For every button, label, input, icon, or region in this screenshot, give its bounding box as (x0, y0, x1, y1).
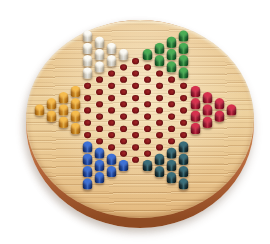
board-cell (118, 110, 130, 122)
peg-white[interactable] (83, 67, 93, 78)
board-cell (178, 178, 190, 190)
board-cell (166, 98, 178, 110)
empty-hole[interactable] (97, 113, 104, 119)
empty-hole[interactable] (157, 144, 164, 150)
board-cell (166, 48, 178, 60)
empty-hole[interactable] (169, 76, 176, 82)
board-cell (166, 147, 178, 159)
peg-yellow[interactable] (59, 117, 69, 128)
board-cell (130, 153, 142, 165)
board-cell (178, 116, 190, 128)
board-cell (70, 122, 82, 134)
board-cell (94, 122, 106, 134)
board-cell (166, 122, 178, 134)
peg-blue[interactable] (107, 166, 117, 177)
board-cell (106, 141, 118, 153)
empty-hole[interactable] (133, 70, 140, 76)
board-cell (94, 147, 106, 159)
peg-dark-green[interactable] (167, 147, 177, 158)
board-cell (118, 159, 130, 171)
peg-red[interactable] (191, 123, 201, 134)
peg-green[interactable] (155, 55, 165, 66)
empty-hole[interactable] (97, 125, 104, 131)
board-cell (94, 73, 106, 85)
empty-hole[interactable] (133, 107, 140, 113)
peg-dark-green[interactable] (155, 154, 165, 165)
empty-hole[interactable] (121, 76, 128, 82)
board-cell (166, 135, 178, 147)
peg-red[interactable] (215, 98, 225, 109)
board-cell (46, 110, 58, 122)
board-cell (118, 48, 130, 60)
peg-yellow[interactable] (47, 110, 57, 121)
empty-hole[interactable] (157, 70, 164, 76)
board-cell (178, 67, 190, 79)
board-cell (46, 98, 58, 110)
peg-blue[interactable] (95, 147, 105, 158)
board-cell (142, 110, 154, 122)
peg-blue[interactable] (95, 160, 105, 171)
peg-white[interactable] (95, 37, 105, 48)
board-cell (82, 30, 94, 42)
empty-hole[interactable] (181, 132, 188, 138)
empty-hole[interactable] (145, 101, 152, 107)
board-cell (142, 73, 154, 85)
board-cell (178, 79, 190, 91)
empty-hole[interactable] (121, 101, 128, 107)
peg-dark-green[interactable] (155, 166, 165, 177)
empty-hole[interactable] (133, 95, 140, 101)
board-cell (70, 98, 82, 110)
peg-green[interactable] (179, 43, 189, 54)
board-cell (178, 153, 190, 165)
board-cell (94, 98, 106, 110)
photo-scene (0, 0, 270, 244)
peg-white[interactable] (95, 61, 105, 72)
empty-hole[interactable] (169, 101, 176, 107)
peg-white[interactable] (83, 55, 93, 66)
board-cell (142, 135, 154, 147)
board-cell (154, 42, 166, 54)
peg-red[interactable] (191, 110, 201, 121)
board-cell (82, 55, 94, 67)
board-cell (94, 110, 106, 122)
board-cell (166, 73, 178, 85)
board-cell (94, 61, 106, 73)
empty-hole[interactable] (133, 144, 140, 150)
empty-hole[interactable] (97, 101, 104, 107)
empty-hole[interactable] (157, 132, 164, 138)
peg-yellow[interactable] (71, 123, 81, 134)
peg-white[interactable] (107, 43, 117, 54)
board-cell (106, 79, 118, 91)
empty-hole[interactable] (181, 82, 188, 88)
empty-hole[interactable] (181, 119, 188, 125)
board-cell (106, 67, 118, 79)
board-cell (154, 55, 166, 67)
empty-hole[interactable] (145, 76, 152, 82)
peg-dark-green[interactable] (143, 160, 153, 171)
board-cell (70, 85, 82, 97)
peg-red[interactable] (191, 98, 201, 109)
empty-hole[interactable] (157, 82, 164, 88)
empty-hole[interactable] (145, 64, 152, 70)
peg-red[interactable] (227, 104, 237, 115)
board-cell (130, 79, 142, 91)
board-cell (142, 61, 154, 73)
peg-red[interactable] (203, 104, 213, 115)
board-cell (106, 128, 118, 140)
empty-hole[interactable] (121, 125, 128, 131)
empty-hole[interactable] (169, 113, 176, 119)
empty-hole[interactable] (85, 132, 92, 138)
peg-white[interactable] (83, 30, 93, 41)
peg-white[interactable] (119, 49, 129, 60)
board-cell (166, 85, 178, 97)
board-cell (94, 159, 106, 171)
peg-green[interactable] (167, 37, 177, 48)
peg-white[interactable] (107, 55, 117, 66)
board-cell (94, 48, 106, 60)
board-cell (154, 141, 166, 153)
board-cell (142, 147, 154, 159)
board-cell (118, 85, 130, 97)
board-cell (94, 85, 106, 97)
board-cell (118, 98, 130, 110)
board-cell (178, 165, 190, 177)
empty-hole[interactable] (133, 119, 140, 125)
peg-green[interactable] (167, 61, 177, 72)
peg-white[interactable] (95, 49, 105, 60)
board-cell (166, 110, 178, 122)
board-cell (202, 104, 214, 116)
peg-green[interactable] (143, 49, 153, 60)
board-cell (154, 67, 166, 79)
empty-hole[interactable] (145, 88, 152, 94)
board-cell (154, 104, 166, 116)
empty-hole[interactable] (133, 132, 140, 138)
peg-yellow[interactable] (59, 104, 69, 115)
board-cell (178, 128, 190, 140)
board-cell (82, 178, 94, 190)
board-cell (130, 67, 142, 79)
board-cell (178, 104, 190, 116)
peg-red[interactable] (215, 110, 225, 121)
board-cell (82, 92, 94, 104)
board-cell (142, 85, 154, 97)
empty-hole[interactable] (157, 95, 164, 101)
board-cell (94, 135, 106, 147)
board-cell (178, 30, 190, 42)
board-cell (178, 92, 190, 104)
peg-blue[interactable] (95, 172, 105, 183)
empty-hole[interactable] (97, 76, 104, 82)
board-cell (130, 141, 142, 153)
peg-yellow[interactable] (35, 104, 45, 115)
empty-hole[interactable] (121, 113, 128, 119)
empty-hole[interactable] (181, 95, 188, 101)
board-cell (190, 122, 202, 134)
board-cell (70, 110, 82, 122)
empty-hole[interactable] (109, 95, 116, 101)
peg-dark-green[interactable] (179, 154, 189, 165)
peg-green[interactable] (167, 49, 177, 60)
board-cell (178, 55, 190, 67)
board-cell (94, 36, 106, 48)
board-cell (106, 153, 118, 165)
board-cell (82, 79, 94, 91)
board-cell (214, 110, 226, 122)
empty-hole[interactable] (133, 82, 140, 88)
empty-hole[interactable] (145, 113, 152, 119)
peg-dark-green[interactable] (179, 178, 189, 189)
board-cell (142, 98, 154, 110)
board-cell (82, 104, 94, 116)
board-cell (154, 128, 166, 140)
board-cell (106, 104, 118, 116)
peg-yellow[interactable] (71, 110, 81, 121)
board-cell (82, 165, 94, 177)
empty-hole[interactable] (97, 88, 104, 94)
board-cell (106, 92, 118, 104)
peg-blue[interactable] (83, 154, 93, 165)
empty-hole[interactable] (145, 125, 152, 131)
board-cell (178, 141, 190, 153)
board-cell (154, 153, 166, 165)
peg-green[interactable] (179, 55, 189, 66)
empty-hole[interactable] (169, 138, 176, 144)
board-cell (130, 92, 142, 104)
peg-blue[interactable] (119, 160, 129, 171)
peg-dark-green[interactable] (179, 141, 189, 152)
peg-red[interactable] (191, 86, 201, 97)
board-cell (82, 67, 94, 79)
board-cell (142, 122, 154, 134)
board-cell (154, 92, 166, 104)
peg-red[interactable] (203, 117, 213, 128)
board-cell (82, 141, 94, 153)
board-cell (106, 165, 118, 177)
board-cell (94, 172, 106, 184)
empty-hole[interactable] (121, 150, 128, 156)
peg-yellow[interactable] (47, 98, 57, 109)
board-cell (58, 92, 70, 104)
peg-yellow[interactable] (71, 98, 81, 109)
empty-hole[interactable] (181, 107, 188, 113)
empty-hole[interactable] (169, 88, 176, 94)
board-cell (130, 55, 142, 67)
board-cell (142, 159, 154, 171)
empty-hole[interactable] (97, 138, 104, 144)
empty-hole[interactable] (109, 119, 116, 125)
chinese-checkers-board (26, 20, 254, 228)
board-cell (106, 116, 118, 128)
board-cell (202, 116, 214, 128)
board-cell (214, 98, 226, 110)
empty-hole[interactable] (157, 107, 164, 113)
board-cell (58, 104, 70, 116)
board-cell (82, 116, 94, 128)
board-cell (82, 42, 94, 54)
peg-white[interactable] (83, 43, 93, 54)
board-cell (130, 104, 142, 116)
peg-green[interactable] (179, 30, 189, 41)
board-cell (190, 98, 202, 110)
board-cell (154, 116, 166, 128)
empty-hole[interactable] (133, 156, 140, 162)
empty-hole[interactable] (85, 107, 92, 113)
board-cell (82, 128, 94, 140)
board-cell (166, 36, 178, 48)
empty-hole[interactable] (145, 150, 152, 156)
board-cell (190, 110, 202, 122)
board-cell (130, 128, 142, 140)
board-cell (166, 61, 178, 73)
board-cell (154, 79, 166, 91)
board-cell (82, 153, 94, 165)
peg-yellow[interactable] (71, 86, 81, 97)
peg-green[interactable] (179, 67, 189, 78)
empty-hole[interactable] (121, 64, 128, 70)
board-cell (34, 104, 46, 116)
board-cell (118, 73, 130, 85)
board-cell (118, 135, 130, 147)
empty-hole[interactable] (121, 138, 128, 144)
peg-blue[interactable] (83, 178, 93, 189)
empty-hole[interactable] (145, 138, 152, 144)
board-cell (142, 48, 154, 60)
board-cell (118, 122, 130, 134)
empty-hole[interactable] (133, 58, 140, 64)
peg-yellow[interactable] (59, 92, 69, 103)
star-grid (34, 30, 238, 190)
empty-hole[interactable] (121, 88, 128, 94)
peg-red[interactable] (203, 92, 213, 103)
board-cell (166, 159, 178, 171)
empty-hole[interactable] (85, 95, 92, 101)
peg-blue[interactable] (83, 141, 93, 152)
empty-hole[interactable] (109, 82, 116, 88)
peg-dark-green[interactable] (167, 172, 177, 183)
peg-blue[interactable] (107, 154, 117, 165)
peg-blue[interactable] (83, 166, 93, 177)
empty-hole[interactable] (109, 132, 116, 138)
board-cell (130, 116, 142, 128)
peg-dark-green[interactable] (179, 166, 189, 177)
empty-hole[interactable] (109, 107, 116, 113)
board-cell (166, 172, 178, 184)
board-cell (190, 85, 202, 97)
board-cell (178, 42, 190, 54)
board-cell (118, 147, 130, 159)
empty-hole[interactable] (109, 70, 116, 76)
empty-hole[interactable] (85, 119, 92, 125)
empty-hole[interactable] (109, 144, 116, 150)
board-cell (58, 116, 70, 128)
empty-hole[interactable] (169, 125, 176, 131)
empty-hole[interactable] (157, 119, 164, 125)
board-cell (202, 92, 214, 104)
board-cell (226, 104, 238, 116)
peg-green[interactable] (155, 43, 165, 54)
empty-hole[interactable] (85, 82, 92, 88)
board-cell (106, 42, 118, 54)
board-cell (106, 55, 118, 67)
board-cell (154, 165, 166, 177)
peg-dark-green[interactable] (167, 160, 177, 171)
board-cell (118, 61, 130, 73)
